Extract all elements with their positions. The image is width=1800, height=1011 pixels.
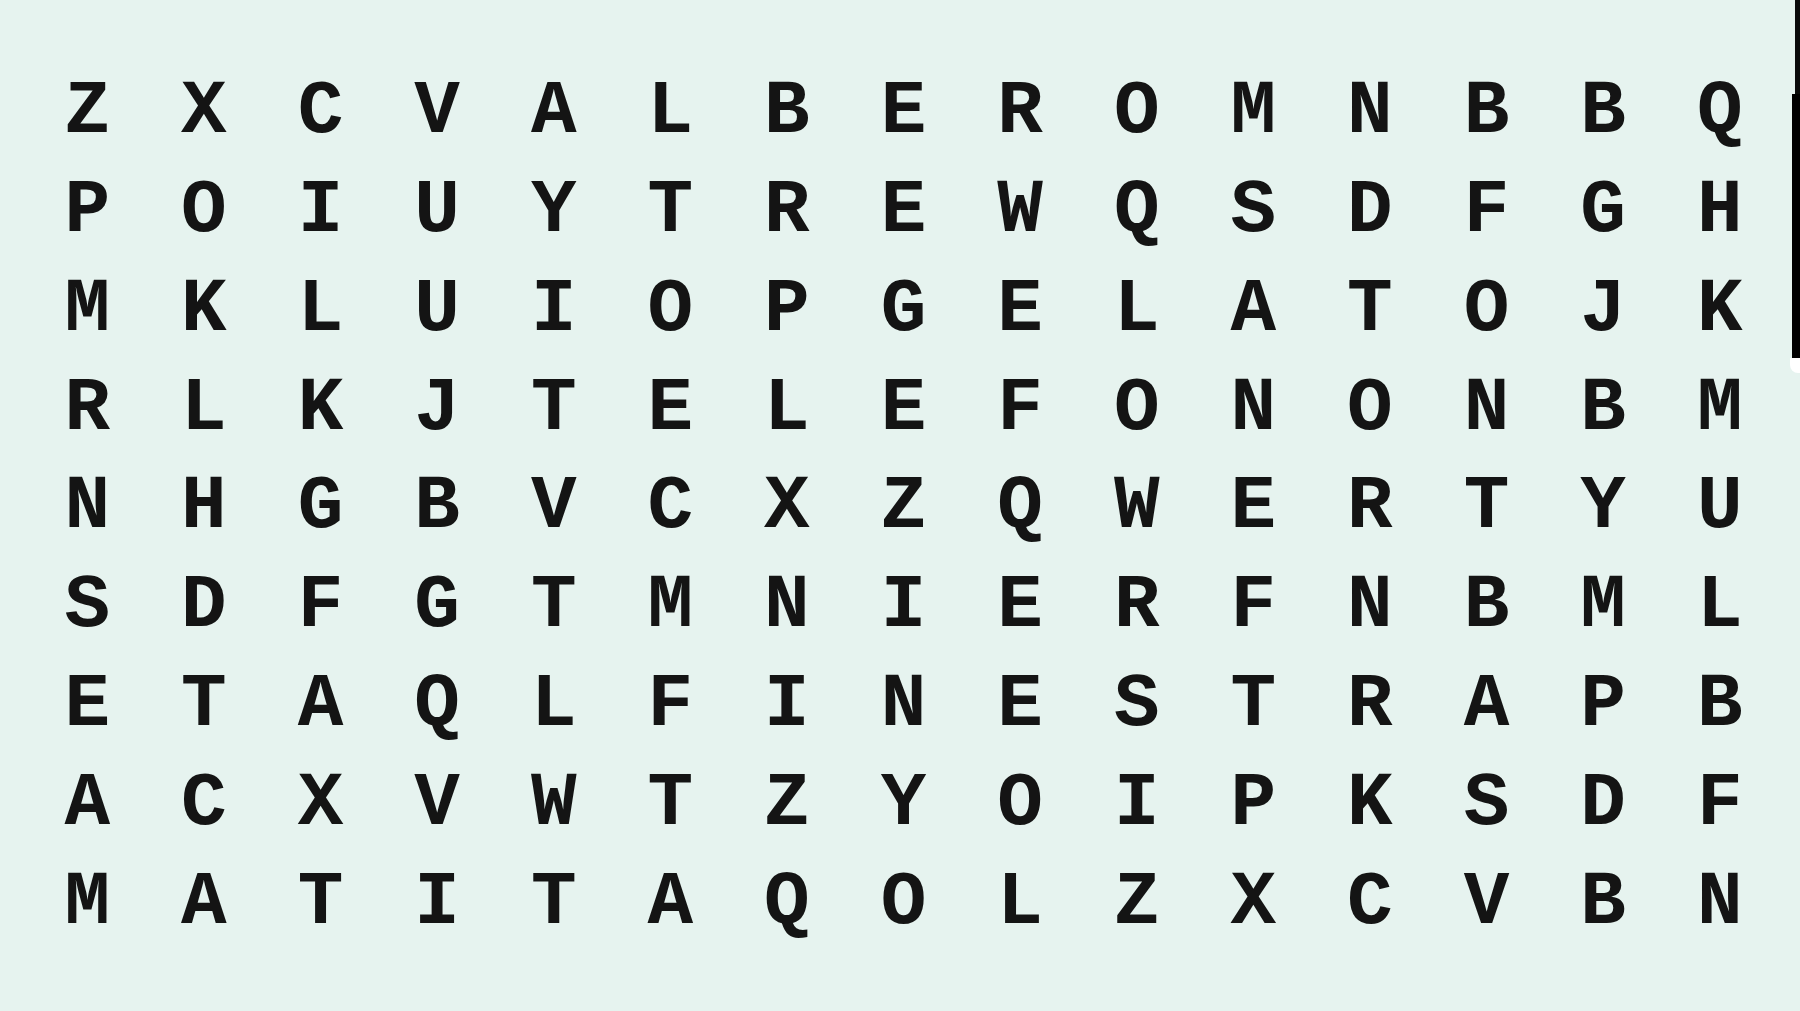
- grid-cell-r8c15[interactable]: F: [1661, 754, 1778, 853]
- grid-cell-r1c4[interactable]: V: [379, 63, 496, 162]
- grid-cell-r5c7[interactable]: X: [729, 458, 846, 557]
- grid-cell-r8c4[interactable]: V: [379, 754, 496, 853]
- grid-cell-r9c15[interactable]: N: [1661, 853, 1778, 952]
- grid-cell-r1c12[interactable]: N: [1312, 63, 1429, 162]
- grid-cell-r7c14[interactable]: P: [1545, 656, 1662, 755]
- grid-cell-r6c12[interactable]: N: [1312, 557, 1429, 656]
- grid-cell-r5c4[interactable]: B: [379, 458, 496, 557]
- grid-cell-r2c10[interactable]: Q: [1078, 162, 1195, 261]
- grid-cell-r2c7[interactable]: R: [729, 162, 846, 261]
- grid-cell-r4c13[interactable]: N: [1428, 359, 1545, 458]
- grid-cell-r2c9[interactable]: W: [962, 162, 1079, 261]
- grid-cell-r9c13[interactable]: V: [1428, 853, 1545, 952]
- scrollbar-thumb[interactable]: [1792, 94, 1800, 360]
- grid-cell-r3c10[interactable]: L: [1078, 261, 1195, 360]
- grid-cell-r8c2[interactable]: C: [146, 754, 263, 853]
- grid-cell-r3c5[interactable]: I: [495, 261, 612, 360]
- grid-cell-r6c10[interactable]: R: [1078, 557, 1195, 656]
- grid-cell-r3c11[interactable]: A: [1195, 261, 1312, 360]
- grid-cell-r7c8[interactable]: N: [845, 656, 962, 755]
- grid-cell-r3c9[interactable]: E: [962, 261, 1079, 360]
- grid-cell-r5c6[interactable]: C: [612, 458, 729, 557]
- grid-cell-r2c12[interactable]: D: [1312, 162, 1429, 261]
- grid-cell-r3c13[interactable]: O: [1428, 261, 1545, 360]
- grid-cell-r7c12[interactable]: R: [1312, 656, 1429, 755]
- grid-cell-r9c7[interactable]: Q: [729, 853, 846, 952]
- grid-cell-r2c4[interactable]: U: [379, 162, 496, 261]
- grid-cell-r7c13[interactable]: A: [1428, 656, 1545, 755]
- grid-cell-r9c4[interactable]: I: [379, 853, 496, 952]
- grid-cell-r5c8[interactable]: Z: [845, 458, 962, 557]
- grid-cell-r3c12[interactable]: T: [1312, 261, 1429, 360]
- grid-cell-r5c10[interactable]: W: [1078, 458, 1195, 557]
- grid-cell-r6c9[interactable]: E: [962, 557, 1079, 656]
- grid-cell-r9c2[interactable]: A: [146, 853, 263, 952]
- grid-cell-r1c10[interactable]: O: [1078, 63, 1195, 162]
- grid-cell-r2c8[interactable]: E: [845, 162, 962, 261]
- grid-cell-r9c3[interactable]: T: [262, 853, 379, 952]
- grid-cell-r3c3[interactable]: L: [262, 261, 379, 360]
- scrollbar-thumb-end-notch: [1790, 358, 1800, 373]
- grid-cell-r2c11[interactable]: S: [1195, 162, 1312, 261]
- grid-cell-r7c6[interactable]: F: [612, 656, 729, 755]
- grid-cell-r5c15[interactable]: U: [1661, 458, 1778, 557]
- grid-cell-r7c1[interactable]: E: [29, 656, 146, 755]
- grid-cell-r2c14[interactable]: G: [1545, 162, 1662, 261]
- grid-cell-r1c7[interactable]: B: [729, 63, 846, 162]
- grid-cell-r1c11[interactable]: M: [1195, 63, 1312, 162]
- grid-cell-r8c12[interactable]: K: [1312, 754, 1429, 853]
- grid-cell-r4c6[interactable]: E: [612, 359, 729, 458]
- grid-cell-r2c6[interactable]: T: [612, 162, 729, 261]
- grid-cell-r8c13[interactable]: S: [1428, 754, 1545, 853]
- grid-cell-r4c7[interactable]: L: [729, 359, 846, 458]
- grid-cell-r6c4[interactable]: G: [379, 557, 496, 656]
- grid-cell-r4c3[interactable]: K: [262, 359, 379, 458]
- grid-cell-r9c8[interactable]: O: [845, 853, 962, 952]
- grid-cell-r3c4[interactable]: U: [379, 261, 496, 360]
- grid-cell-r6c5[interactable]: T: [495, 557, 612, 656]
- grid-cell-r7c4[interactable]: Q: [379, 656, 496, 755]
- grid-cell-r4c5[interactable]: T: [495, 359, 612, 458]
- grid-cell-r7c2[interactable]: T: [146, 656, 263, 755]
- grid-cell-r6c8[interactable]: I: [845, 557, 962, 656]
- grid-cell-r5c13[interactable]: T: [1428, 458, 1545, 557]
- grid-cell-r9c14[interactable]: B: [1545, 853, 1662, 952]
- grid-cell-r1c14[interactable]: B: [1545, 63, 1662, 162]
- grid-cell-r1c3[interactable]: C: [262, 63, 379, 162]
- grid-cell-r6c7[interactable]: N: [729, 557, 846, 656]
- grid-cell-r4c10[interactable]: O: [1078, 359, 1195, 458]
- grid-cell-r3c15[interactable]: K: [1661, 261, 1778, 360]
- grid-cell-r3c6[interactable]: O: [612, 261, 729, 360]
- word-search-grid: ZXCVALBEROMNBBQPOIUYTREWQSDFGHMKLUIOPGEL…: [29, 63, 1778, 952]
- grid-cell-r8c14[interactable]: D: [1545, 754, 1662, 853]
- grid-cell-r9c9[interactable]: L: [962, 853, 1079, 952]
- grid-cell-r9c11[interactable]: X: [1195, 853, 1312, 952]
- grid-cell-r3c8[interactable]: G: [845, 261, 962, 360]
- grid-cell-r8c3[interactable]: X: [262, 754, 379, 853]
- grid-cell-r5c2[interactable]: H: [146, 458, 263, 557]
- grid-cell-r3c7[interactable]: P: [729, 261, 846, 360]
- grid-cell-r5c12[interactable]: R: [1312, 458, 1429, 557]
- grid-cell-r7c15[interactable]: B: [1661, 656, 1778, 755]
- grid-cell-r3c14[interactable]: J: [1545, 261, 1662, 360]
- grid-cell-r1c5[interactable]: A: [495, 63, 612, 162]
- grid-cell-r5c3[interactable]: G: [262, 458, 379, 557]
- grid-cell-r4c1[interactable]: R: [29, 359, 146, 458]
- grid-cell-r3c1[interactable]: M: [29, 261, 146, 360]
- grid-cell-r9c6[interactable]: A: [612, 853, 729, 952]
- grid-cell-r4c12[interactable]: O: [1312, 359, 1429, 458]
- grid-cell-r5c14[interactable]: Y: [1545, 458, 1662, 557]
- grid-cell-r7c10[interactable]: S: [1078, 656, 1195, 755]
- grid-cell-r4c4[interactable]: J: [379, 359, 496, 458]
- grid-cell-r1c13[interactable]: B: [1428, 63, 1545, 162]
- grid-cell-r8c6[interactable]: T: [612, 754, 729, 853]
- grid-cell-r4c8[interactable]: E: [845, 359, 962, 458]
- grid-cell-r6c2[interactable]: D: [146, 557, 263, 656]
- grid-cell-r1c15[interactable]: Q: [1661, 63, 1778, 162]
- grid-cell-r6c1[interactable]: S: [29, 557, 146, 656]
- grid-cell-r8c8[interactable]: Y: [845, 754, 962, 853]
- grid-cell-r7c9[interactable]: E: [962, 656, 1079, 755]
- grid-cell-r7c5[interactable]: L: [495, 656, 612, 755]
- grid-cell-r6c15[interactable]: L: [1661, 557, 1778, 656]
- grid-cell-r4c11[interactable]: N: [1195, 359, 1312, 458]
- scrollbar-track-line: [1795, 0, 1800, 96]
- grid-cell-r6c3[interactable]: F: [262, 557, 379, 656]
- grid-cell-r7c7[interactable]: I: [729, 656, 846, 755]
- grid-cell-r7c3[interactable]: A: [262, 656, 379, 755]
- grid-cell-r3c2[interactable]: K: [146, 261, 263, 360]
- grid-cell-r9c10[interactable]: Z: [1078, 853, 1195, 952]
- grid-cell-r8c9[interactable]: O: [962, 754, 1079, 853]
- grid-cell-r8c10[interactable]: I: [1078, 754, 1195, 853]
- grid-cell-r6c6[interactable]: M: [612, 557, 729, 656]
- grid-cell-r9c12[interactable]: C: [1312, 853, 1429, 952]
- grid-cell-r2c1[interactable]: P: [29, 162, 146, 261]
- grid-cell-r2c3[interactable]: I: [262, 162, 379, 261]
- grid-cell-r1c6[interactable]: L: [612, 63, 729, 162]
- grid-cell-r9c5[interactable]: T: [495, 853, 612, 952]
- grid-cell-r8c1[interactable]: A: [29, 754, 146, 853]
- grid-cell-r1c2[interactable]: X: [146, 63, 263, 162]
- grid-cell-r8c5[interactable]: W: [495, 754, 612, 853]
- grid-cell-r6c14[interactable]: M: [1545, 557, 1662, 656]
- grid-cell-r1c9[interactable]: R: [962, 63, 1079, 162]
- grid-cell-r7c11[interactable]: T: [1195, 656, 1312, 755]
- grid-cell-r9c1[interactable]: M: [29, 853, 146, 952]
- grid-cell-r5c9[interactable]: Q: [962, 458, 1079, 557]
- grid-cell-r4c9[interactable]: F: [962, 359, 1079, 458]
- grid-cell-r4c2[interactable]: L: [146, 359, 263, 458]
- grid-cell-r2c15[interactable]: H: [1661, 162, 1778, 261]
- grid-cell-r4c15[interactable]: M: [1661, 359, 1778, 458]
- grid-cell-r6c11[interactable]: F: [1195, 557, 1312, 656]
- grid-cell-r1c8[interactable]: E: [845, 63, 962, 162]
- grid-cell-r1c1[interactable]: Z: [29, 63, 146, 162]
- grid-cell-r5c5[interactable]: V: [495, 458, 612, 557]
- grid-cell-r2c13[interactable]: F: [1428, 162, 1545, 261]
- grid-cell-r2c5[interactable]: Y: [495, 162, 612, 261]
- grid-cell-r4c14[interactable]: B: [1545, 359, 1662, 458]
- grid-cell-r5c11[interactable]: E: [1195, 458, 1312, 557]
- grid-cell-r2c2[interactable]: O: [146, 162, 263, 261]
- grid-cell-r5c1[interactable]: N: [29, 458, 146, 557]
- grid-cell-r8c7[interactable]: Z: [729, 754, 846, 853]
- grid-cell-r6c13[interactable]: B: [1428, 557, 1545, 656]
- grid-cell-r8c11[interactable]: P: [1195, 754, 1312, 853]
